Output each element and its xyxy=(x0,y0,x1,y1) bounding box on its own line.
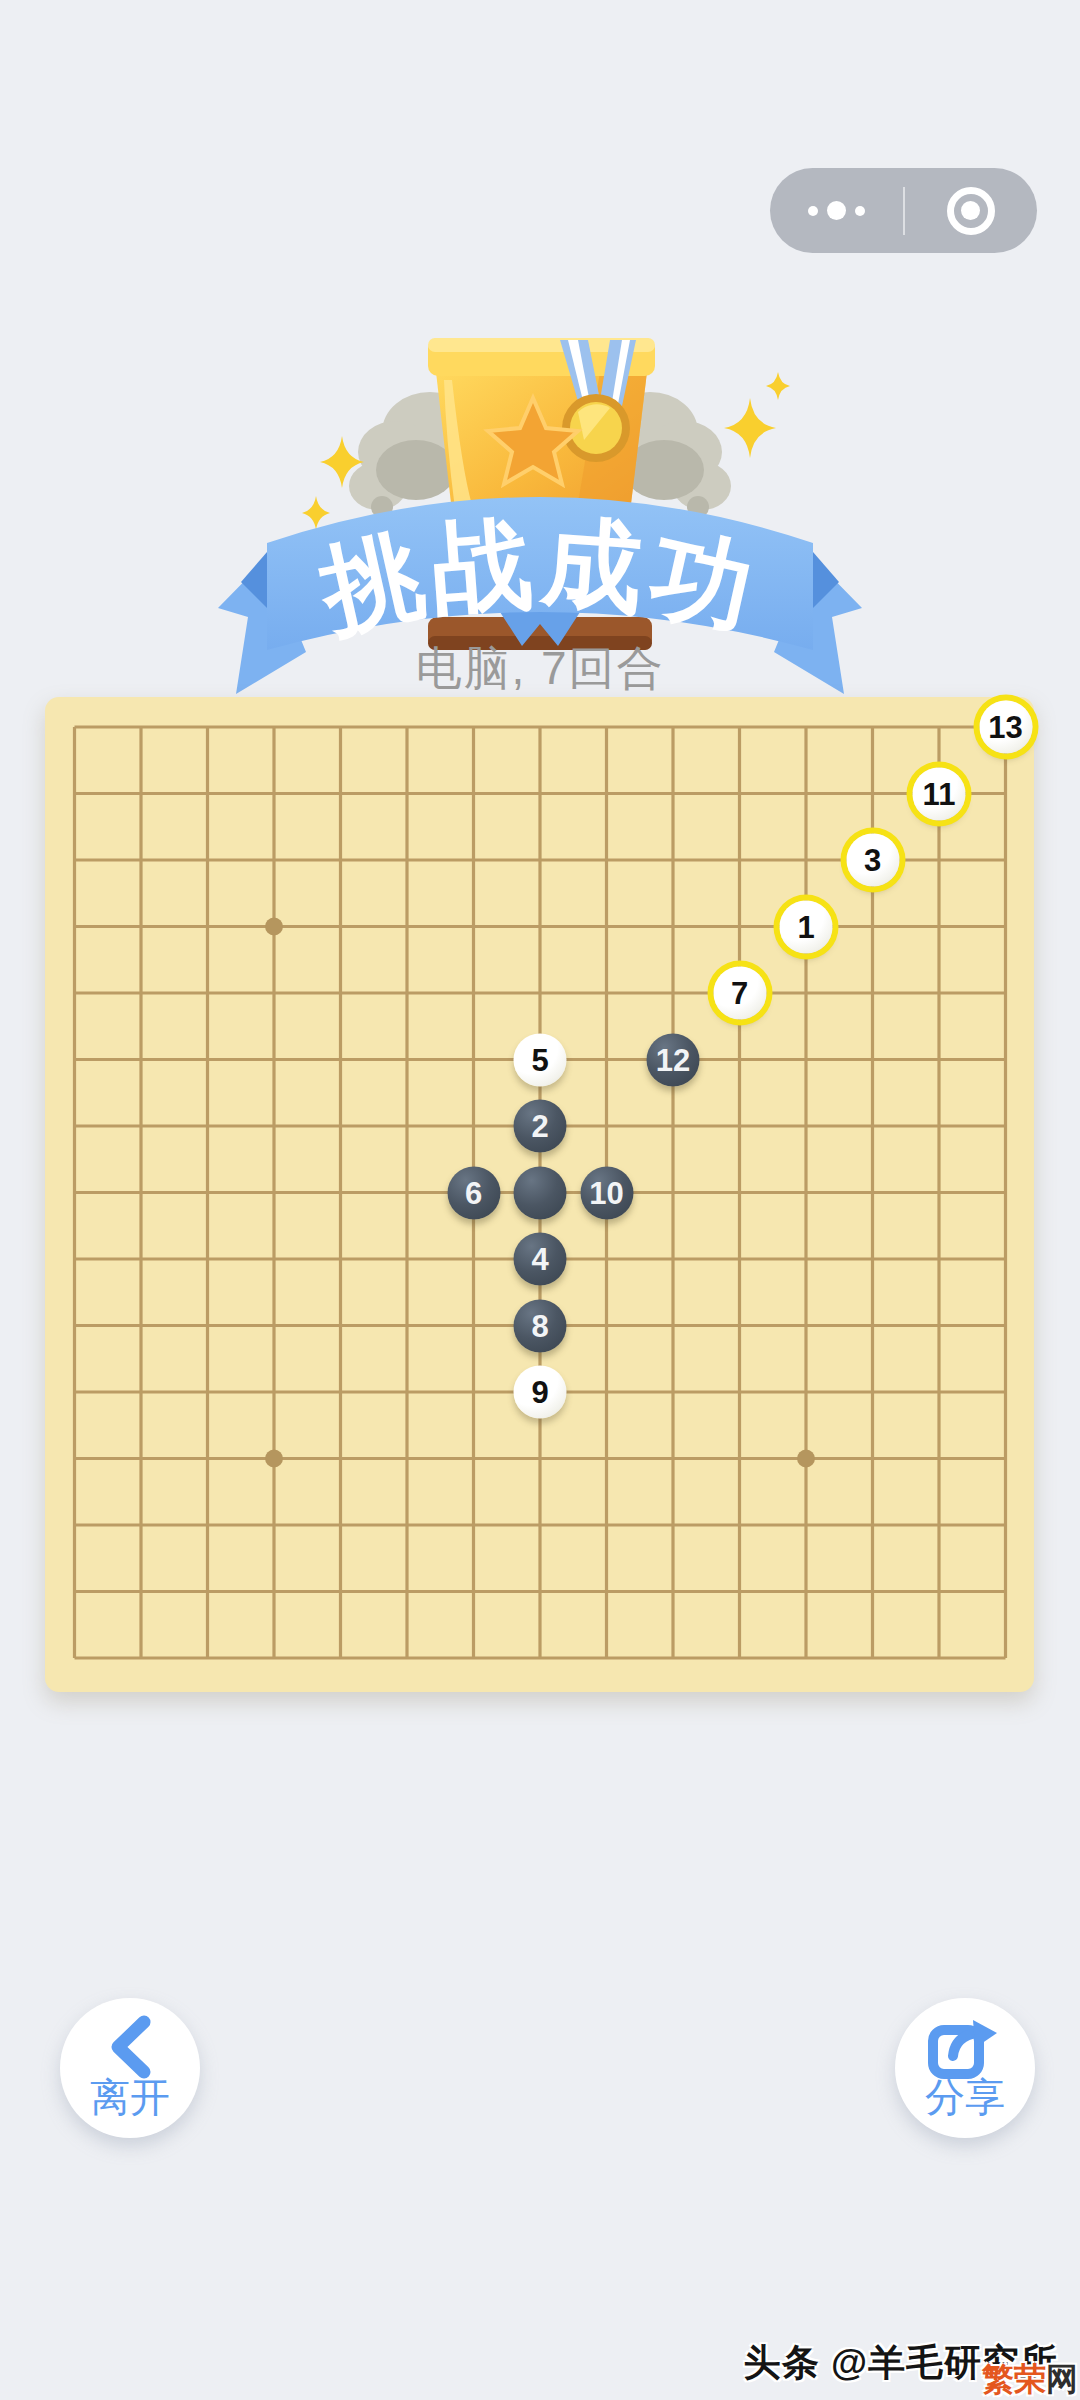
watermark-brand-dark: 网 xyxy=(1046,2361,1078,2397)
gomoku-result-screen: { "game": "gomoku", "app": { "capsule": … xyxy=(0,0,1080,2400)
watermark-brand: 繁荣网 xyxy=(982,2358,1078,2400)
more-dots-icon xyxy=(808,201,865,220)
capsule-more-button[interactable] xyxy=(770,168,903,253)
stone-8: 8 xyxy=(514,1299,567,1352)
stone-opening xyxy=(514,1166,567,1219)
stone-11: 11 xyxy=(913,767,966,820)
stone-12: 12 xyxy=(647,1033,700,1086)
capsule-target-icon xyxy=(947,187,995,235)
stone-3: 3 xyxy=(846,834,899,887)
share-button[interactable]: 分享 xyxy=(895,1998,1035,2138)
gomoku-board: 12345678910111213 xyxy=(45,697,1034,1692)
stone-6: 6 xyxy=(447,1166,500,1219)
stone-2: 2 xyxy=(514,1100,567,1153)
stone-13: 13 xyxy=(979,701,1032,754)
stone-4: 4 xyxy=(514,1233,567,1286)
stone-5: 5 xyxy=(514,1033,567,1086)
round-summary: 电脑, 7回合 xyxy=(0,638,1080,700)
stones-layer: 12345678910111213 xyxy=(45,697,1034,1692)
leave-button-label: 离开 xyxy=(60,2070,200,2125)
stone-1: 1 xyxy=(780,900,833,953)
leave-button[interactable]: 离开 xyxy=(60,1998,200,2138)
share-button-label: 分享 xyxy=(895,2070,1035,2125)
miniprogram-capsule xyxy=(770,168,1037,253)
stone-10: 10 xyxy=(580,1166,633,1219)
watermark-brand-orange: 繁荣 xyxy=(982,2361,1046,2397)
stone-7: 7 xyxy=(713,967,766,1020)
capsule-close-button[interactable] xyxy=(905,168,1038,253)
stone-9: 9 xyxy=(514,1366,567,1419)
